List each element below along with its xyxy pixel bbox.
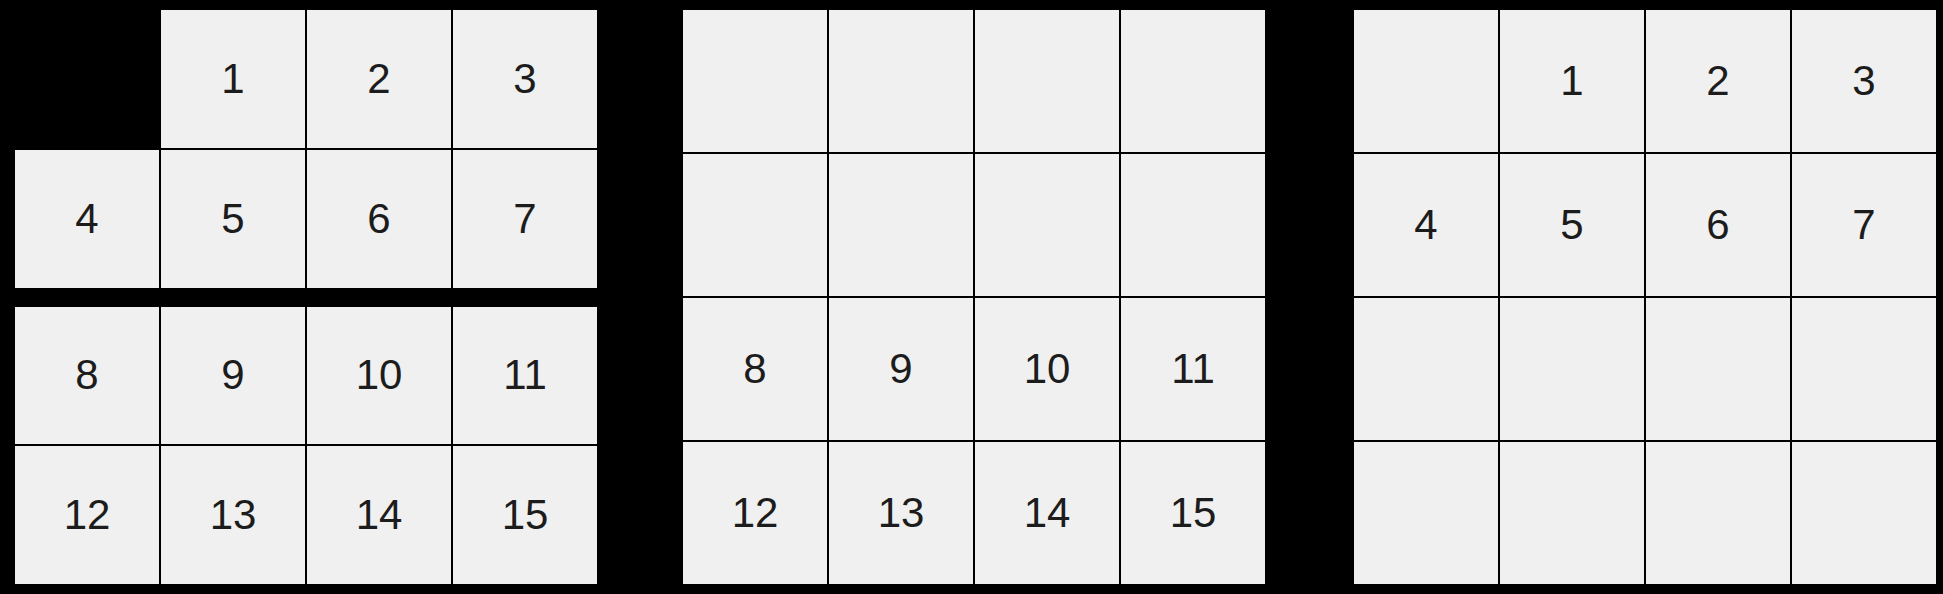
tile-7: 7 [1792, 154, 1936, 296]
tile-1: 1 [1500, 10, 1644, 152]
puzzle-decomposition-diagram: 1234567891011121314158910111213141512345… [0, 0, 1943, 594]
tile-6: 6 [307, 150, 451, 288]
tile-3: 3 [1792, 10, 1936, 152]
empty-cell [1354, 10, 1498, 152]
tile-15: 15 [1121, 442, 1265, 584]
empty-cell [1792, 298, 1936, 440]
tile-10: 10 [307, 307, 451, 445]
bottom-half-section: 89101112131415 [12, 304, 600, 588]
empty-cell [1500, 442, 1644, 584]
board-top-half-subproblem: 1234567 [1351, 7, 1939, 587]
board-grid: 89101112131415 [680, 7, 1268, 587]
board-full-puzzle: 123456789101112131415 [12, 7, 600, 587]
tile-3: 3 [453, 10, 597, 148]
tile-9: 9 [829, 298, 973, 440]
tile-5: 5 [161, 150, 305, 288]
top-half-section: 1234567 [12, 7, 600, 291]
tile-9: 9 [161, 307, 305, 445]
tile-2: 2 [307, 10, 451, 148]
tile-2: 2 [1646, 10, 1790, 152]
tile-8: 8 [15, 307, 159, 445]
tile-15: 15 [453, 446, 597, 584]
empty-cell [1646, 442, 1790, 584]
tile-14: 14 [307, 446, 451, 584]
empty-cell [829, 154, 973, 296]
empty-cell [683, 10, 827, 152]
board-grid: 1234567 [1351, 7, 1939, 587]
empty-cell [1354, 442, 1498, 584]
empty-cell [1121, 154, 1265, 296]
tile-5: 5 [1500, 154, 1644, 296]
board-bottom-half-subproblem: 89101112131415 [680, 7, 1268, 587]
tile-13: 13 [161, 446, 305, 584]
tile-10: 10 [975, 298, 1119, 440]
empty-cell [1500, 298, 1644, 440]
tile-14: 14 [975, 442, 1119, 584]
blank-space [15, 10, 159, 148]
tile-7: 7 [453, 150, 597, 288]
tile-4: 4 [15, 150, 159, 288]
empty-cell [1792, 442, 1936, 584]
tile-13: 13 [829, 442, 973, 584]
tile-8: 8 [683, 298, 827, 440]
empty-cell [1646, 298, 1790, 440]
tile-12: 12 [683, 442, 827, 584]
tile-11: 11 [453, 307, 597, 445]
empty-cell [1354, 298, 1498, 440]
empty-cell [975, 154, 1119, 296]
tile-11: 11 [1121, 298, 1265, 440]
empty-cell [829, 10, 973, 152]
tile-4: 4 [1354, 154, 1498, 296]
empty-cell [1121, 10, 1265, 152]
tile-1: 1 [161, 10, 305, 148]
tile-6: 6 [1646, 154, 1790, 296]
tile-12: 12 [15, 446, 159, 584]
empty-cell [975, 10, 1119, 152]
empty-cell [683, 154, 827, 296]
